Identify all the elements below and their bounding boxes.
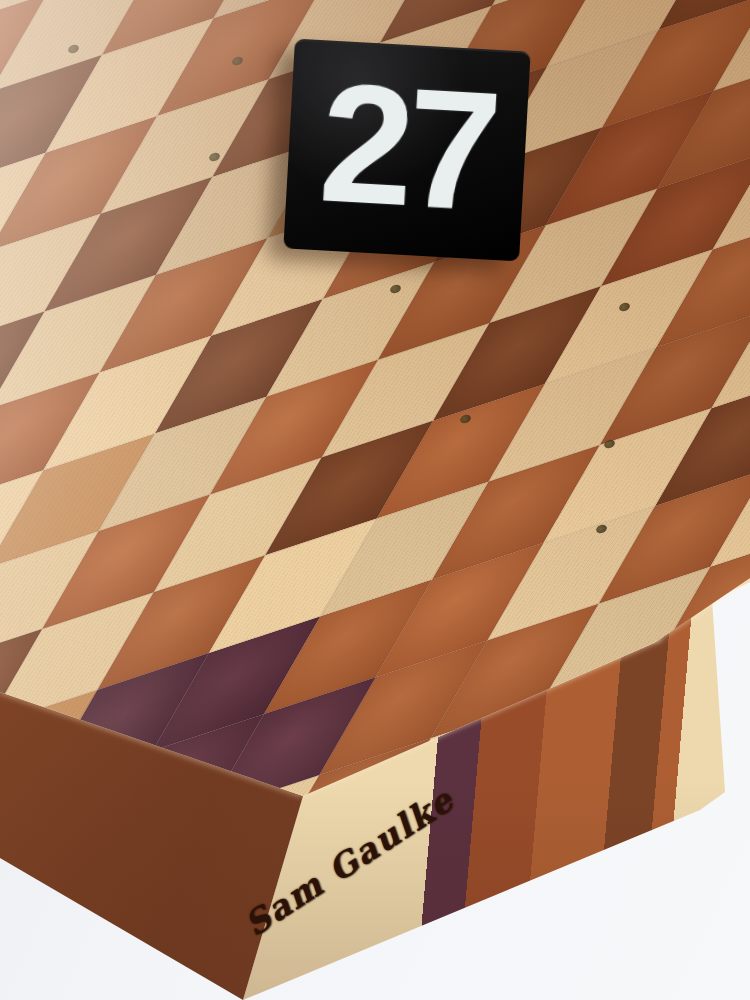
board-cell	[39, 971, 207, 1000]
board-cell	[0, 946, 40, 1000]
photo-background: Sam Gaulke 27	[0, 0, 750, 1000]
table-number-text: 27	[316, 58, 498, 235]
table-number-card: 27	[283, 39, 530, 262]
